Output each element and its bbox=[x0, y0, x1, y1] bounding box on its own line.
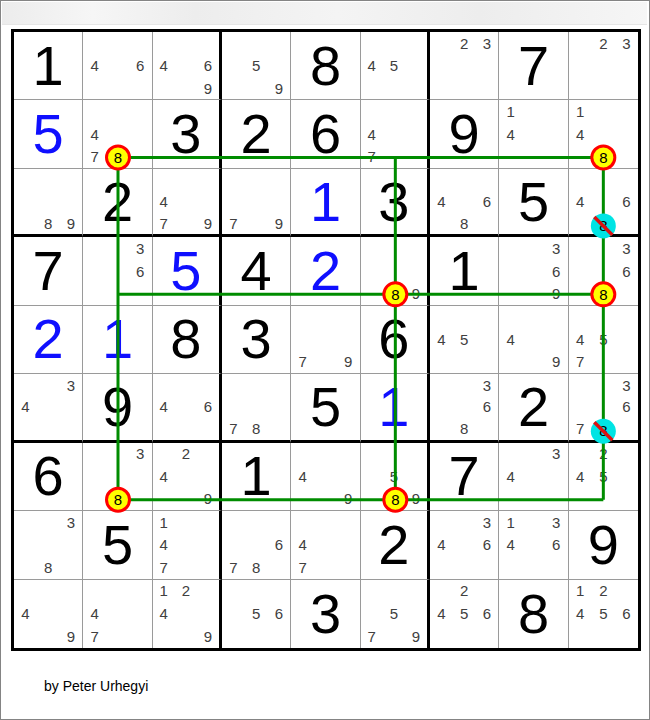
cell-r5c4[interactable]: 3 bbox=[222, 306, 291, 374]
candidate-8: 8 bbox=[245, 418, 268, 440]
candidate-4: 4 bbox=[291, 465, 314, 487]
candidate-7: 7 bbox=[153, 556, 175, 578]
candidate-8: 8 bbox=[37, 556, 60, 578]
cell-r5c5[interactable]: 79 bbox=[291, 306, 360, 374]
candidate-6: 6 bbox=[129, 54, 152, 76]
cell-r1c5[interactable]: 8 bbox=[291, 32, 360, 100]
candidate-7: 7 bbox=[361, 145, 383, 167]
candidates: 38 bbox=[14, 511, 82, 578]
candidate-7: 7 bbox=[569, 418, 592, 440]
candidate-6: 6 bbox=[476, 191, 499, 213]
candidate-7: 7 bbox=[569, 351, 592, 373]
candidate-9: 9 bbox=[197, 213, 219, 235]
cell-r4c8[interactable]: 369 bbox=[499, 237, 568, 305]
cell-r3c6[interactable]: 3 bbox=[361, 169, 430, 237]
candidate-2: 2 bbox=[453, 32, 476, 54]
solved-digit: 5 bbox=[14, 100, 82, 167]
candidate-7: 7 bbox=[291, 351, 314, 373]
cell-r3c1[interactable]: 89 bbox=[14, 169, 83, 237]
candidates: 89 bbox=[14, 169, 82, 234]
candidate-9: 9 bbox=[545, 282, 568, 304]
candidate-8: 8 bbox=[106, 145, 129, 167]
candidates: 245 bbox=[569, 443, 638, 510]
cell-r3c3[interactable]: 479 bbox=[153, 169, 222, 237]
candidate-4: 4 bbox=[569, 602, 592, 625]
candidates: 579 bbox=[361, 580, 427, 648]
given-digit: 3 bbox=[361, 169, 427, 234]
candidate-6: 6 bbox=[476, 602, 499, 625]
candidates: 38 bbox=[83, 443, 151, 510]
candidate-3: 3 bbox=[60, 374, 83, 396]
candidate-8: 8 bbox=[37, 213, 60, 235]
candidate-4: 4 bbox=[569, 191, 592, 213]
candidates: 23 bbox=[569, 32, 638, 99]
given-digit: 2 bbox=[222, 100, 290, 167]
given-digit: 9 bbox=[83, 374, 151, 439]
cell-r3c8[interactable]: 5 bbox=[499, 169, 568, 237]
candidate-8: 8 bbox=[592, 213, 615, 235]
candidates: 45 bbox=[430, 306, 498, 373]
solved-digit: 1 bbox=[83, 306, 151, 373]
candidate-6: 6 bbox=[129, 260, 152, 282]
given-digit: 8 bbox=[499, 580, 567, 648]
candidate-2: 2 bbox=[175, 443, 197, 465]
cell-r3c2[interactable]: 2 bbox=[83, 169, 152, 237]
candidate-4: 4 bbox=[430, 328, 453, 350]
cell-r5c1[interactable]: 2 bbox=[14, 306, 83, 374]
given-digit: 2 bbox=[499, 374, 567, 439]
candidate-3: 3 bbox=[545, 237, 568, 259]
given-digit: 9 bbox=[430, 100, 498, 167]
given-digit: 8 bbox=[153, 306, 219, 373]
cell-r6c2[interactable]: 9 bbox=[83, 374, 152, 442]
given-digit: 2 bbox=[361, 511, 427, 578]
candidate-6: 6 bbox=[615, 396, 638, 418]
cell-r6c3[interactable]: 46 bbox=[153, 374, 222, 442]
given-digit: 5 bbox=[83, 511, 151, 578]
candidate-9: 9 bbox=[197, 77, 219, 99]
candidate-3: 3 bbox=[615, 237, 638, 259]
solved-digit: 2 bbox=[291, 237, 359, 304]
candidates: 478 bbox=[83, 100, 151, 167]
given-digit: 1 bbox=[222, 443, 290, 510]
candidate-9: 9 bbox=[197, 625, 219, 648]
cell-r6c5[interactable]: 5 bbox=[291, 374, 360, 442]
candidate-4: 4 bbox=[83, 602, 106, 625]
cell-r9c3[interactable]: 1249 bbox=[153, 580, 222, 648]
cell-r3c9[interactable]: 468 bbox=[569, 169, 638, 237]
cell-r8c2[interactable]: 5 bbox=[83, 511, 152, 579]
candidate-7: 7 bbox=[222, 418, 245, 440]
cell-r1c3[interactable]: 469 bbox=[153, 32, 222, 100]
cell-r9c5[interactable]: 3 bbox=[291, 580, 360, 648]
cell-r5c8[interactable]: 49 bbox=[499, 306, 568, 374]
cell-r7c1[interactable]: 6 bbox=[14, 443, 83, 511]
toolbar-strip bbox=[2, 2, 647, 25]
candidate-7: 7 bbox=[153, 213, 175, 235]
candidate-4: 4 bbox=[14, 396, 37, 418]
candidate-9: 9 bbox=[60, 625, 83, 648]
cell-r8c3[interactable]: 147 bbox=[153, 511, 222, 579]
candidates: 49 bbox=[14, 580, 82, 648]
candidate-5: 5 bbox=[245, 602, 268, 625]
candidate-4: 4 bbox=[430, 534, 453, 556]
candidates: 46 bbox=[83, 32, 151, 99]
candidate-3: 3 bbox=[615, 374, 638, 396]
candidate-8: 8 bbox=[453, 418, 476, 440]
candidate-4: 4 bbox=[569, 123, 592, 145]
candidates: 368 bbox=[569, 237, 638, 304]
cell-r8c1[interactable]: 38 bbox=[14, 511, 83, 579]
candidates: 2456 bbox=[430, 580, 498, 648]
candidate-3: 3 bbox=[129, 237, 152, 259]
candidates: 56 bbox=[222, 580, 290, 648]
cell-r9c4[interactable]: 56 bbox=[222, 580, 291, 648]
given-digit: 5 bbox=[291, 374, 359, 439]
cell-r3c4[interactable]: 79 bbox=[222, 169, 291, 237]
cell-r1c4[interactable]: 59 bbox=[222, 32, 291, 100]
cell-r2c7[interactable]: 9 bbox=[430, 100, 499, 168]
cell-r4c4[interactable]: 4 bbox=[222, 237, 291, 305]
candidate-3: 3 bbox=[129, 443, 152, 465]
solved-digit: 2 bbox=[14, 306, 82, 373]
candidates: 46 bbox=[153, 374, 219, 439]
cell-r7c5[interactable]: 49 bbox=[291, 443, 360, 511]
cell-r8c7[interactable]: 346 bbox=[430, 511, 499, 579]
candidate-9: 9 bbox=[405, 488, 427, 510]
cell-r8c4[interactable]: 678 bbox=[222, 511, 291, 579]
cell-r1c7[interactable]: 23 bbox=[430, 32, 499, 100]
candidate-8: 8 bbox=[245, 556, 268, 578]
candidates: 1346 bbox=[499, 511, 567, 578]
candidate-4: 4 bbox=[153, 54, 175, 76]
candidate-4: 4 bbox=[153, 191, 175, 213]
cell-r2c5[interactable]: 6 bbox=[291, 100, 360, 168]
candidate-8: 8 bbox=[592, 145, 615, 167]
given-digit: 7 bbox=[499, 32, 567, 99]
cell-r7c9[interactable]: 245 bbox=[569, 443, 638, 511]
candidates: 45 bbox=[361, 32, 427, 99]
candidates: 89 bbox=[361, 237, 427, 304]
candidate-6: 6 bbox=[197, 54, 219, 76]
candidate-6: 6 bbox=[545, 260, 568, 282]
candidates: 468 bbox=[569, 169, 638, 234]
cell-r7c2[interactable]: 38 bbox=[83, 443, 152, 511]
candidate-6: 6 bbox=[545, 534, 568, 556]
cell-r1c1[interactable]: 1 bbox=[14, 32, 83, 100]
candidate-5: 5 bbox=[592, 602, 615, 625]
candidates: 678 bbox=[222, 511, 290, 578]
candidate-4: 4 bbox=[569, 465, 592, 487]
candidates: 589 bbox=[361, 443, 427, 510]
candidate-4: 4 bbox=[153, 465, 175, 487]
candidate-6: 6 bbox=[476, 534, 499, 556]
puzzle-window: 1464695984523723547832647914148892479791… bbox=[0, 0, 650, 720]
solved-digit: 5 bbox=[153, 237, 219, 304]
candidates: 147 bbox=[153, 511, 219, 578]
sudoku-board[interactable]: 1464695984523723547832647914148892479791… bbox=[11, 29, 641, 651]
cell-r2c3[interactable]: 3 bbox=[153, 100, 222, 168]
candidate-4: 4 bbox=[361, 54, 383, 76]
candidates: 23 bbox=[430, 32, 498, 99]
cell-r2c4[interactable]: 2 bbox=[222, 100, 291, 168]
candidate-3: 3 bbox=[476, 511, 499, 533]
candidate-4: 4 bbox=[499, 328, 522, 350]
cell-r1c9[interactable]: 23 bbox=[569, 32, 638, 100]
cell-r8c5[interactable]: 47 bbox=[291, 511, 360, 579]
candidate-5: 5 bbox=[245, 54, 268, 76]
given-digit: 6 bbox=[361, 306, 427, 373]
candidates: 34 bbox=[499, 443, 567, 510]
cell-r2c1[interactable]: 5 bbox=[14, 100, 83, 168]
candidate-7: 7 bbox=[361, 625, 383, 648]
candidate-4: 4 bbox=[153, 396, 175, 418]
candidates: 79 bbox=[291, 306, 359, 373]
solved-digit: 1 bbox=[361, 374, 427, 439]
cell-r4c9[interactable]: 368 bbox=[569, 237, 638, 305]
candidates: 457 bbox=[569, 306, 638, 373]
candidates: 3678 bbox=[569, 374, 638, 439]
candidate-6: 6 bbox=[197, 396, 219, 418]
solved-digit: 1 bbox=[291, 169, 359, 234]
candidates: 346 bbox=[430, 511, 498, 578]
candidate-9: 9 bbox=[60, 213, 83, 235]
candidates: 369 bbox=[499, 237, 567, 304]
cell-r7c6[interactable]: 589 bbox=[361, 443, 430, 511]
candidate-3: 3 bbox=[615, 32, 638, 54]
candidate-8: 8 bbox=[106, 488, 129, 510]
candidate-8: 8 bbox=[383, 488, 405, 510]
candidates: 1249 bbox=[153, 580, 219, 648]
candidates: 148 bbox=[569, 100, 638, 167]
candidate-7: 7 bbox=[291, 556, 314, 578]
cell-r4c1[interactable]: 7 bbox=[14, 237, 83, 305]
cell-r5c3[interactable]: 8 bbox=[153, 306, 222, 374]
cell-r9c6[interactable]: 579 bbox=[361, 580, 430, 648]
candidate-9: 9 bbox=[268, 213, 291, 235]
cell-r6c6[interactable]: 1 bbox=[361, 374, 430, 442]
candidate-2: 2 bbox=[175, 580, 197, 603]
candidate-9: 9 bbox=[197, 488, 219, 510]
candidate-3: 3 bbox=[476, 32, 499, 54]
candidates: 47 bbox=[361, 100, 427, 167]
candidate-6: 6 bbox=[615, 260, 638, 282]
cell-r4c6[interactable]: 89 bbox=[361, 237, 430, 305]
candidate-5: 5 bbox=[592, 328, 615, 350]
given-digit: 8 bbox=[291, 32, 359, 99]
candidates: 368 bbox=[430, 374, 498, 439]
candidate-6: 6 bbox=[615, 602, 638, 625]
cell-r9c1[interactable]: 49 bbox=[14, 580, 83, 648]
candidate-8: 8 bbox=[592, 418, 615, 440]
cell-r4c5[interactable]: 2 bbox=[291, 237, 360, 305]
candidate-4: 4 bbox=[291, 534, 314, 556]
candidate-4: 4 bbox=[153, 534, 175, 556]
cell-r3c5[interactable]: 1 bbox=[291, 169, 360, 237]
candidates: 14 bbox=[499, 100, 567, 167]
cell-r7c4[interactable]: 1 bbox=[222, 443, 291, 511]
cell-r1c2[interactable]: 46 bbox=[83, 32, 152, 100]
candidates: 78 bbox=[222, 374, 290, 439]
cell-r5c6[interactable]: 6 bbox=[361, 306, 430, 374]
cell-r8c8[interactable]: 1346 bbox=[499, 511, 568, 579]
candidate-2: 2 bbox=[592, 32, 615, 54]
candidate-3: 3 bbox=[545, 443, 568, 465]
cell-r2c8[interactable]: 14 bbox=[499, 100, 568, 168]
candidate-3: 3 bbox=[545, 511, 568, 533]
candidate-4: 4 bbox=[499, 534, 522, 556]
given-digit: 7 bbox=[430, 443, 498, 510]
candidates: 469 bbox=[153, 32, 219, 99]
candidate-5: 5 bbox=[383, 54, 405, 76]
candidate-3: 3 bbox=[60, 511, 83, 533]
given-digit: 1 bbox=[14, 32, 82, 99]
cell-r7c7[interactable]: 7 bbox=[430, 443, 499, 511]
candidate-4: 4 bbox=[83, 123, 106, 145]
cell-r6c9[interactable]: 3678 bbox=[569, 374, 638, 442]
candidate-1: 1 bbox=[569, 580, 592, 603]
candidates: 468 bbox=[430, 169, 498, 234]
cell-r1c8[interactable]: 7 bbox=[499, 32, 568, 100]
cell-r9c2[interactable]: 47 bbox=[83, 580, 152, 648]
candidate-4: 4 bbox=[430, 191, 453, 213]
candidate-3: 3 bbox=[476, 374, 499, 396]
candidate-4: 4 bbox=[499, 123, 522, 145]
candidate-2: 2 bbox=[453, 580, 476, 603]
candidate-4: 4 bbox=[361, 123, 383, 145]
candidate-2: 2 bbox=[592, 443, 615, 465]
cell-r6c8[interactable]: 2 bbox=[499, 374, 568, 442]
cell-r5c7[interactable]: 45 bbox=[430, 306, 499, 374]
candidate-8: 8 bbox=[383, 282, 405, 304]
candidates: 49 bbox=[499, 306, 567, 373]
candidate-9: 9 bbox=[337, 488, 360, 510]
cell-r3c7[interactable]: 468 bbox=[430, 169, 499, 237]
candidate-4: 4 bbox=[153, 602, 175, 625]
given-digit: 3 bbox=[153, 100, 219, 167]
cell-r4c2[interactable]: 36 bbox=[83, 237, 152, 305]
candidate-2: 2 bbox=[592, 580, 615, 603]
candidate-5: 5 bbox=[383, 465, 405, 487]
cell-r2c2[interactable]: 478 bbox=[83, 100, 152, 168]
candidate-4: 4 bbox=[430, 602, 453, 625]
given-digit: 7 bbox=[14, 237, 82, 304]
cell-r4c3[interactable]: 5 bbox=[153, 237, 222, 305]
cell-r9c9[interactable]: 12456 bbox=[569, 580, 638, 648]
candidate-6: 6 bbox=[476, 396, 499, 418]
candidates: 59 bbox=[222, 32, 290, 99]
cell-r2c6[interactable]: 47 bbox=[361, 100, 430, 168]
candidate-7: 7 bbox=[222, 556, 245, 578]
candidate-9: 9 bbox=[405, 282, 427, 304]
cell-r2c9[interactable]: 148 bbox=[569, 100, 638, 168]
candidate-5: 5 bbox=[383, 602, 405, 625]
cell-r8c9[interactable]: 9 bbox=[569, 511, 638, 579]
candidate-5: 5 bbox=[592, 465, 615, 487]
candidates: 12456 bbox=[569, 580, 638, 648]
candidate-4: 4 bbox=[83, 54, 106, 76]
candidates: 249 bbox=[153, 443, 219, 510]
cell-r9c8[interactable]: 8 bbox=[499, 580, 568, 648]
candidates: 47 bbox=[291, 511, 359, 578]
cell-r5c2[interactable]: 1 bbox=[83, 306, 152, 374]
candidate-4: 4 bbox=[499, 465, 522, 487]
candidate-6: 6 bbox=[268, 534, 291, 556]
candidate-1: 1 bbox=[569, 100, 592, 122]
candidate-7: 7 bbox=[222, 213, 245, 235]
cell-r4c7[interactable]: 1 bbox=[430, 237, 499, 305]
given-digit: 9 bbox=[569, 511, 638, 578]
candidate-8: 8 bbox=[453, 213, 476, 235]
candidate-7: 7 bbox=[83, 625, 106, 648]
cell-r6c7[interactable]: 368 bbox=[430, 374, 499, 442]
cell-r7c3[interactable]: 249 bbox=[153, 443, 222, 511]
candidate-9: 9 bbox=[405, 625, 427, 648]
given-digit: 2 bbox=[83, 169, 151, 234]
candidates: 49 bbox=[291, 443, 359, 510]
candidate-1: 1 bbox=[499, 100, 522, 122]
given-digit: 3 bbox=[222, 306, 290, 373]
candidate-4: 4 bbox=[14, 602, 37, 625]
candidate-8: 8 bbox=[592, 282, 615, 304]
candidate-5: 5 bbox=[453, 602, 476, 625]
candidate-9: 9 bbox=[545, 351, 568, 373]
candidate-6: 6 bbox=[615, 191, 638, 213]
candidates: 34 bbox=[14, 374, 82, 439]
cell-r9c7[interactable]: 2456 bbox=[430, 580, 499, 648]
candidate-7: 7 bbox=[83, 145, 106, 167]
candidate-1: 1 bbox=[153, 580, 175, 603]
candidate-9: 9 bbox=[268, 77, 291, 99]
cell-r8c6[interactable]: 2 bbox=[361, 511, 430, 579]
given-digit: 6 bbox=[14, 443, 82, 510]
cell-r1c6[interactable]: 45 bbox=[361, 32, 430, 100]
candidate-1: 1 bbox=[153, 511, 175, 533]
candidates: 36 bbox=[83, 237, 151, 304]
cell-r6c1[interactable]: 34 bbox=[14, 374, 83, 442]
candidate-1: 1 bbox=[499, 511, 522, 533]
cell-r5c9[interactable]: 457 bbox=[569, 306, 638, 374]
given-digit: 5 bbox=[499, 169, 567, 234]
candidates: 79 bbox=[222, 169, 290, 234]
candidates: 47 bbox=[83, 580, 151, 648]
candidates: 479 bbox=[153, 169, 219, 234]
candidate-6: 6 bbox=[268, 602, 291, 625]
given-digit: 6 bbox=[291, 100, 359, 167]
candidate-4: 4 bbox=[569, 328, 592, 350]
candidate-9: 9 bbox=[337, 351, 360, 373]
given-digit: 3 bbox=[291, 580, 359, 648]
cell-r6c4[interactable]: 78 bbox=[222, 374, 291, 442]
given-digit: 1 bbox=[430, 237, 498, 304]
given-digit: 4 bbox=[222, 237, 290, 304]
candidate-5: 5 bbox=[453, 328, 476, 350]
cell-r7c8[interactable]: 34 bbox=[499, 443, 568, 511]
author-credit: by Peter Urhegyi bbox=[44, 678, 148, 694]
